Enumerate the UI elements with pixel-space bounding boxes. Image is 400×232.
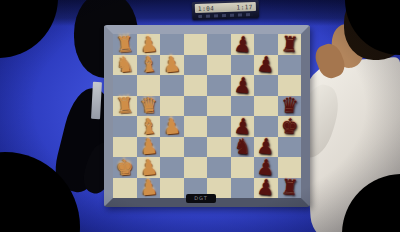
square-a8: ♜ bbox=[278, 34, 302, 55]
piece-black-p-b7: ♟ bbox=[253, 53, 278, 76]
square-g4 bbox=[184, 157, 208, 178]
square-e6: ♟ bbox=[231, 116, 255, 137]
square-e7 bbox=[254, 116, 278, 137]
square-d3 bbox=[160, 96, 184, 117]
square-f8 bbox=[278, 137, 302, 158]
piece-black-p-a6: ♟ bbox=[230, 32, 255, 55]
piece-black-p-h7: ♟ bbox=[253, 176, 278, 199]
square-g1: ♚ bbox=[113, 157, 137, 178]
piece-white-q-d2: ♛ bbox=[136, 94, 161, 117]
square-h3 bbox=[160, 178, 184, 199]
piece-black-n-f6: ♞ bbox=[230, 135, 255, 158]
square-d7 bbox=[254, 96, 278, 117]
square-g7: ♟ bbox=[254, 157, 278, 178]
piece-white-p-h2: ♟ bbox=[136, 176, 161, 199]
square-h6 bbox=[231, 178, 255, 199]
piece-white-k-g1: ♚ bbox=[112, 155, 137, 178]
square-h7: ♟ bbox=[254, 178, 278, 199]
square-c6: ♟ bbox=[231, 75, 255, 96]
square-f5 bbox=[207, 137, 231, 158]
square-h1 bbox=[113, 178, 137, 199]
square-e3: ♟ bbox=[160, 116, 184, 137]
piece-black-r-a8: ♜ bbox=[277, 32, 302, 55]
piece-black-p-c6: ♟ bbox=[230, 73, 255, 96]
square-h8: ♜ bbox=[278, 178, 302, 199]
square-g3 bbox=[160, 157, 184, 178]
square-e8: ♚ bbox=[278, 116, 302, 137]
square-c4 bbox=[184, 75, 208, 96]
square-d6 bbox=[231, 96, 255, 117]
chess-clock: 1:04 1:17 bbox=[192, 0, 260, 20]
piece-black-k-e8: ♚ bbox=[277, 114, 302, 137]
scoresheet-paper bbox=[91, 82, 102, 119]
square-b7: ♟ bbox=[254, 55, 278, 76]
square-b8 bbox=[278, 55, 302, 76]
square-c3 bbox=[160, 75, 184, 96]
square-c7 bbox=[254, 75, 278, 96]
square-d8: ♛ bbox=[278, 96, 302, 117]
square-d4 bbox=[184, 96, 208, 117]
square-a2: ♟ bbox=[137, 34, 161, 55]
piece-black-p-f7: ♟ bbox=[253, 135, 278, 158]
square-f3 bbox=[160, 137, 184, 158]
square-g5 bbox=[207, 157, 231, 178]
square-b6 bbox=[231, 55, 255, 76]
board-maker-plate: DGT bbox=[186, 194, 216, 203]
chess-board-frame: ♜♟♟♜♞♝♟♟♟♜♛♛♝♟♟♚♟♞♟♚♟♟♟♟♜ bbox=[104, 25, 310, 207]
square-a4 bbox=[184, 34, 208, 55]
square-c5 bbox=[207, 75, 231, 96]
square-f2: ♟ bbox=[137, 137, 161, 158]
piece-white-p-e3: ♟ bbox=[159, 114, 184, 137]
square-c8 bbox=[278, 75, 302, 96]
square-d5 bbox=[207, 96, 231, 117]
square-g6 bbox=[231, 157, 255, 178]
square-b5 bbox=[207, 55, 231, 76]
square-a1: ♜ bbox=[113, 34, 137, 55]
piece-white-b-b2: ♝ bbox=[136, 53, 161, 76]
square-f6: ♞ bbox=[231, 137, 255, 158]
square-d1: ♜ bbox=[113, 96, 137, 117]
square-b4 bbox=[184, 55, 208, 76]
piece-black-r-h8: ♜ bbox=[277, 176, 302, 199]
clock-display: 1:04 1:17 bbox=[195, 2, 256, 13]
square-g2: ♟ bbox=[137, 157, 161, 178]
square-e1 bbox=[113, 116, 137, 137]
board-maker-text: DGT bbox=[194, 196, 208, 201]
piece-white-r-a1: ♜ bbox=[112, 32, 137, 55]
square-c1 bbox=[113, 75, 137, 96]
square-e5 bbox=[207, 116, 231, 137]
square-c2 bbox=[137, 75, 161, 96]
piece-white-p-b3: ♟ bbox=[159, 53, 184, 76]
square-d2: ♛ bbox=[137, 96, 161, 117]
square-e4 bbox=[184, 116, 208, 137]
piece-black-q-d8: ♛ bbox=[277, 94, 302, 117]
square-b3: ♟ bbox=[160, 55, 184, 76]
piece-white-n-b1: ♞ bbox=[112, 53, 137, 76]
piece-white-p-g2: ♟ bbox=[136, 155, 161, 178]
square-h2: ♟ bbox=[137, 178, 161, 199]
square-e2: ♝ bbox=[137, 116, 161, 137]
square-a7 bbox=[254, 34, 278, 55]
chess-board: ♜♟♟♜♞♝♟♟♟♜♛♛♝♟♟♚♟♞♟♚♟♟♟♟♜ bbox=[113, 34, 301, 198]
broadcast-photo: 1:04 1:17 ♜♟♟♜♞♝♟♟♟♜♛♛♝♟♟♚♟♞♟♚♟♟♟♟♜ DGT bbox=[0, 0, 400, 232]
vignette-corner-top-left bbox=[0, 0, 58, 58]
square-f1 bbox=[113, 137, 137, 158]
square-b2: ♝ bbox=[137, 55, 161, 76]
square-g8 bbox=[278, 157, 302, 178]
piece-black-p-e6: ♟ bbox=[230, 114, 255, 137]
clock-buttons bbox=[198, 13, 253, 18]
square-f7: ♟ bbox=[254, 137, 278, 158]
piece-white-p-a2: ♟ bbox=[136, 32, 161, 55]
piece-white-p-f2: ♟ bbox=[136, 135, 161, 158]
square-a3 bbox=[160, 34, 184, 55]
square-a6: ♟ bbox=[231, 34, 255, 55]
square-b1: ♞ bbox=[113, 55, 137, 76]
clock-time-right: 1:17 bbox=[236, 4, 253, 11]
square-f4 bbox=[184, 137, 208, 158]
piece-white-r-d1: ♜ bbox=[112, 94, 137, 117]
piece-white-b-e2: ♝ bbox=[136, 114, 161, 137]
clock-time-left: 1:04 bbox=[198, 5, 215, 12]
piece-black-p-g7: ♟ bbox=[253, 155, 278, 178]
square-a5 bbox=[207, 34, 231, 55]
